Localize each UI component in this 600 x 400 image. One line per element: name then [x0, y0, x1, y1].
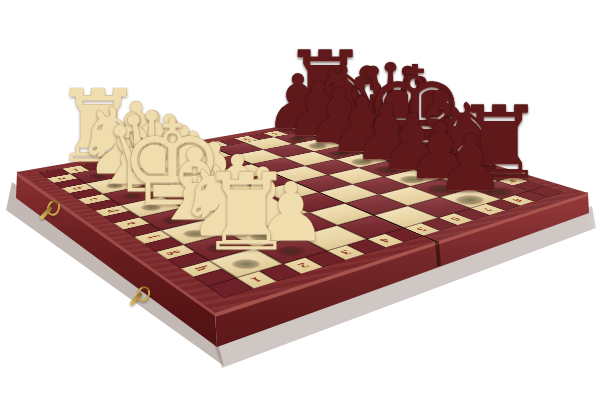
chess-piece-black-p-h7[interactable]: ♟	[435, 124, 505, 202]
chess-set-photo: abcdefgh8877665544332211abcdefgh ♜♞♝♛♚♝♞…	[0, 0, 600, 400]
chess-piece-white-r-h1[interactable]: ♜	[199, 160, 294, 266]
pieces-layer: ♜♞♝♛♚♝♞♜♟♟♟♟♟♟♟♟♟♟♟♟♟♟♟♟♜♞♝♛♚♝♞♜	[0, 0, 600, 400]
